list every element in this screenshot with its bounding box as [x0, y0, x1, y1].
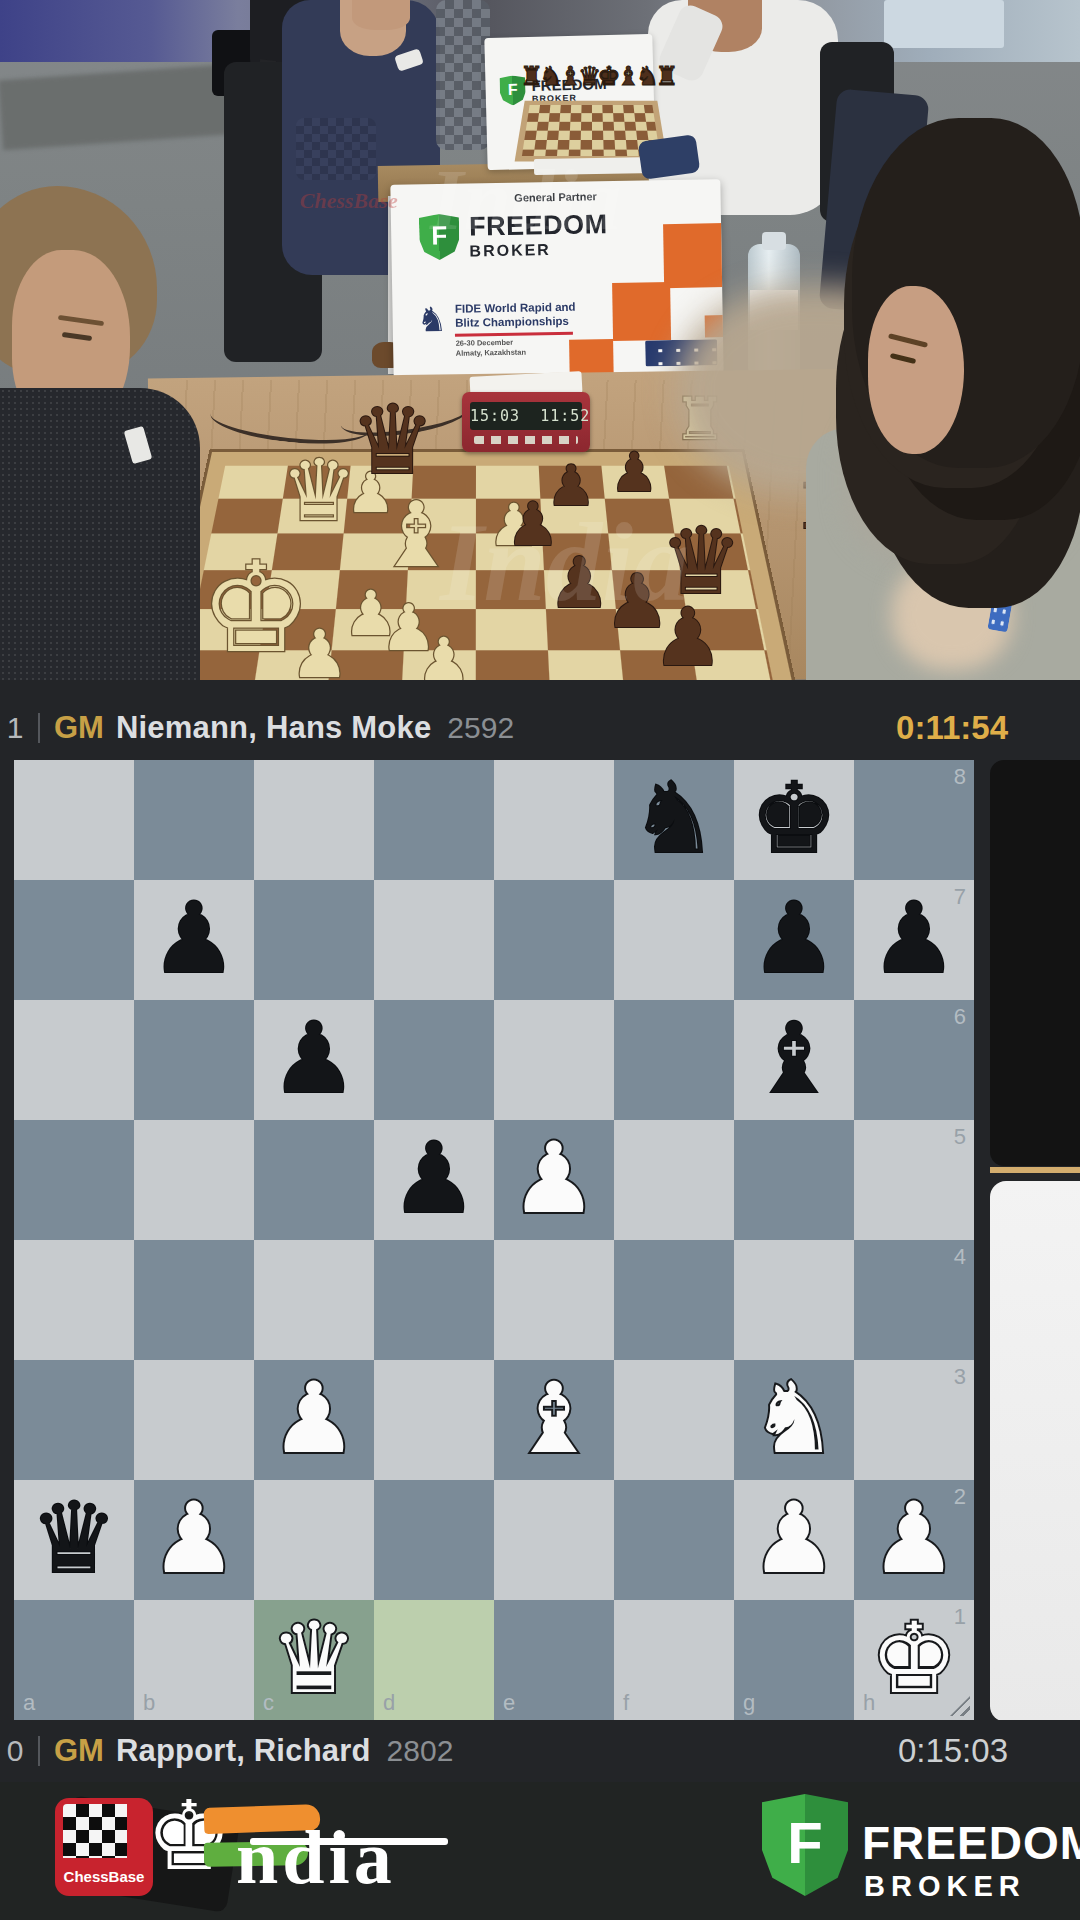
square-c7[interactable] [254, 880, 374, 1000]
square-g6[interactable]: ♝ [734, 1000, 854, 1120]
fide-event-place: Almaty, Kazakhstan [456, 346, 577, 358]
square-f3[interactable] [614, 1360, 734, 1480]
white-pawn-h2[interactable]: ♟ [870, 1489, 958, 1587]
white-clock: 0:15:03 [898, 1732, 1008, 1770]
black-rating: 2592 [447, 711, 514, 745]
white-knight-g3[interactable]: ♞ [750, 1369, 838, 1467]
square-e5[interactable]: ♟ [494, 1120, 614, 1240]
white-pawn-g2[interactable]: ♟ [750, 1489, 838, 1587]
blue-bag [638, 134, 701, 180]
file-label-d: d [383, 1690, 395, 1716]
square-b5[interactable] [134, 1120, 254, 1240]
white-player-name: Rapport, Richard [116, 1733, 371, 1769]
square-e6[interactable] [494, 1000, 614, 1120]
square-e3[interactable]: ♝ [494, 1360, 614, 1480]
white-score: 0 [0, 1734, 30, 1768]
banner-orange-square [663, 223, 724, 288]
rank-label-3: 3 [954, 1364, 966, 1390]
watermark-india: India [430, 150, 621, 250]
file-label-h: h [863, 1690, 875, 1716]
square-g5[interactable] [734, 1120, 854, 1240]
square-h6[interactable]: 6 [854, 1000, 974, 1120]
chess-board[interactable]: ♞♚8♟♟7♟♟♝6♟♟54♟♝♞3♛♟♟2♟abc♛defgh1♚ [14, 760, 974, 1720]
side-panel-notation[interactable] [990, 1181, 1080, 1722]
rank-label-2: 2 [954, 1484, 966, 1510]
square-d5[interactable]: ♟ [374, 1120, 494, 1240]
square-d3[interactable] [374, 1360, 494, 1480]
black-title: GM [54, 710, 104, 746]
background-player-navy-hands [352, 0, 410, 30]
square-f1[interactable]: f [614, 1600, 734, 1720]
square-a7[interactable] [14, 880, 134, 1000]
background-person-checkered [436, 0, 490, 150]
white-title: GM [54, 1733, 104, 1769]
file-label-g: g [743, 1690, 755, 1716]
rapport-jacket [0, 388, 200, 680]
chess-clock-display: 15:03 11:52 [470, 402, 582, 430]
square-b3[interactable] [134, 1360, 254, 1480]
side-panel-video [990, 760, 1080, 1166]
india-king-icon: ♚ [146, 1788, 232, 1884]
square-c8[interactable] [254, 760, 374, 880]
divider [38, 713, 40, 743]
venue-photo: F FREEDOM BROKER ♜♞♝♛♚♝♞♜ General Partne… [0, 0, 1080, 680]
file-label-f: f [623, 1690, 629, 1716]
square-d2[interactable] [374, 1480, 494, 1600]
square-c1[interactable]: c♛ [254, 1600, 374, 1720]
square-e1[interactable]: e [494, 1600, 614, 1720]
black-clock: 0:11:54 [896, 709, 1008, 747]
square-f2[interactable] [614, 1480, 734, 1600]
wall-sign [884, 0, 1004, 48]
cream-wooden-piece: ♟ [290, 622, 349, 680]
black-knight-f8[interactable]: ♞ [630, 769, 718, 867]
square-b1[interactable]: b [134, 1600, 254, 1720]
square-c2[interactable] [254, 1480, 374, 1600]
square-h3[interactable]: 3 [854, 1360, 974, 1480]
black-pawn-b7[interactable]: ♟ [150, 889, 238, 987]
square-a3[interactable] [14, 1360, 134, 1480]
rank-label-4: 4 [954, 1244, 966, 1270]
rank-label-6: 6 [954, 1004, 966, 1030]
navy-jacket-pattern [296, 118, 376, 180]
top-player-bar: 1 GM Niemann, Hans Moke 2592 0:11:54 [0, 680, 1080, 760]
niemann-face [868, 286, 964, 454]
white-queen-c1[interactable]: ♛ [270, 1609, 358, 1707]
banner-orange-square [612, 282, 671, 341]
square-b8[interactable] [134, 760, 254, 880]
clock-black-time: 11:52 [540, 407, 590, 425]
square-b2[interactable]: ♟ [134, 1480, 254, 1600]
bottom-player-bar: 0 GM Rapport, Richard 2802 0:15:03 [0, 1720, 1080, 1782]
square-e4[interactable] [494, 1240, 614, 1360]
freedom-label: FREEDOM [862, 1820, 1080, 1866]
square-h7[interactable]: 7♟ [854, 880, 974, 1000]
white-bishop-e3[interactable]: ♝ [510, 1369, 598, 1467]
water-bottle-cap [762, 232, 786, 250]
square-b6[interactable] [134, 1000, 254, 1120]
chessbase-checker-icon [63, 1804, 127, 1858]
fide-knight-icon: ♞ [416, 302, 447, 337]
square-f8[interactable]: ♞ [614, 760, 734, 880]
square-c3[interactable]: ♟ [254, 1360, 374, 1480]
square-g4[interactable] [734, 1240, 854, 1360]
rear-chess-pieces: ♜♞♝♛♚♝♞♜ [520, 56, 670, 96]
square-g8[interactable]: ♚ [734, 760, 854, 880]
chessbase-label: ChessBase [55, 1868, 153, 1885]
fide-event-line2: Blitz Championships [455, 314, 576, 330]
square-e7[interactable] [494, 880, 614, 1000]
square-h2[interactable]: 2♟ [854, 1480, 974, 1600]
white-pawn-e5[interactable]: ♟ [510, 1129, 598, 1227]
square-c4[interactable] [254, 1240, 374, 1360]
square-g3[interactable]: ♞ [734, 1360, 854, 1480]
square-a2[interactable]: ♛ [14, 1480, 134, 1600]
square-d6[interactable] [374, 1000, 494, 1120]
square-a6[interactable] [14, 1000, 134, 1120]
square-h4[interactable]: 4 [854, 1240, 974, 1360]
square-f7[interactable] [614, 880, 734, 1000]
watermark-chessbase: ChessBase [300, 188, 398, 214]
freedom-shield-icon: F [762, 1794, 848, 1896]
india-label: ndia [236, 1814, 396, 1901]
square-c5[interactable] [254, 1120, 374, 1240]
white-pawn-c3[interactable]: ♟ [270, 1369, 358, 1467]
broker-label: BROKER [864, 1872, 1026, 1901]
square-d7[interactable] [374, 880, 494, 1000]
square-h8[interactable]: 8 [854, 760, 974, 880]
square-h5[interactable]: 5 [854, 1120, 974, 1240]
file-label-b: b [143, 1690, 155, 1716]
square-b4[interactable] [134, 1240, 254, 1360]
rank-label-1: 1 [954, 1604, 966, 1630]
square-a1[interactable]: a [14, 1600, 134, 1720]
square-e8[interactable] [494, 760, 614, 880]
file-label-e: e [503, 1690, 515, 1716]
square-g7[interactable]: ♟ [734, 880, 854, 1000]
square-f4[interactable] [614, 1240, 734, 1360]
square-a5[interactable] [14, 1120, 134, 1240]
black-pawn-d5[interactable]: ♟ [390, 1129, 478, 1227]
square-f6[interactable] [614, 1000, 734, 1120]
square-d4[interactable] [374, 1240, 494, 1360]
rank-label-5: 5 [954, 1124, 966, 1150]
square-g1[interactable]: g [734, 1600, 854, 1720]
square-d1[interactable]: d [374, 1600, 494, 1720]
square-d8[interactable] [374, 760, 494, 880]
black-score: 1 [0, 711, 30, 745]
rank-label-8: 8 [954, 764, 966, 790]
square-e2[interactable] [494, 1480, 614, 1600]
black-player-name: Niemann, Hans Moke [116, 710, 431, 746]
square-a8[interactable] [14, 760, 134, 880]
white-pawn-b2[interactable]: ♟ [150, 1489, 238, 1587]
white-rating: 2802 [387, 1734, 454, 1768]
footer: ChessBase ♚ ndia F FREEDOM BROKER [0, 1782, 1080, 1920]
square-c6[interactable]: ♟ [254, 1000, 374, 1120]
side-panel-divider [990, 1167, 1080, 1173]
white-king-h1[interactable]: ♚ [870, 1609, 958, 1707]
file-label-c: c [263, 1690, 274, 1716]
black-pawn-g7[interactable]: ♟ [750, 889, 838, 987]
square-h1[interactable]: h1♚ [854, 1600, 974, 1720]
cream-wooden-piece: ♟ [416, 630, 472, 680]
brown-wooden-piece: ♟ [610, 446, 658, 500]
black-queen-a2[interactable]: ♛ [30, 1489, 118, 1587]
divider [38, 1736, 40, 1766]
black-pawn-h7[interactable]: ♟ [870, 889, 958, 987]
black-king-g8[interactable]: ♚ [750, 769, 838, 867]
square-f5[interactable] [614, 1120, 734, 1240]
watermark-india: India [440, 498, 689, 627]
square-g2[interactable]: ♟ [734, 1480, 854, 1600]
brown-wooden-piece: ♛ [350, 393, 435, 488]
black-pawn-c6[interactable]: ♟ [270, 1009, 358, 1107]
square-a4[interactable] [14, 1240, 134, 1360]
broadcast-frame: F FREEDOM BROKER ♜♞♝♛♚♝♞♜ General Partne… [0, 0, 1080, 1920]
black-bishop-g6[interactable]: ♝ [750, 1009, 838, 1107]
file-label-a: a [23, 1690, 35, 1716]
chess-clock-buttons [474, 436, 578, 444]
clock-white-time: 15:03 [470, 407, 520, 425]
square-b7[interactable]: ♟ [134, 880, 254, 1000]
rank-label-7: 7 [954, 884, 966, 910]
